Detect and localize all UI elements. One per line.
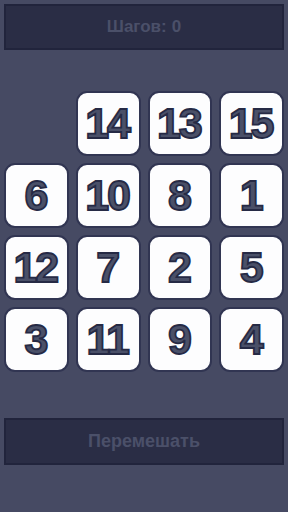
tile-9[interactable]: 9 (148, 307, 213, 372)
tile-15[interactable]: 15 (219, 91, 284, 156)
tile-7[interactable]: 7 (76, 235, 141, 300)
tile-5[interactable]: 5 (219, 235, 284, 300)
empty-cell (4, 91, 69, 156)
steps-label: Шагов: (107, 17, 167, 37)
tile-12[interactable]: 12 (4, 235, 69, 300)
tile-3[interactable]: 3 (4, 307, 69, 372)
tile-4[interactable]: 4 (219, 307, 284, 372)
steps-value: 0 (172, 17, 181, 37)
shuffle-button-label: Перемешать (88, 431, 200, 452)
puzzle-board: 141315610811272531194 (4, 91, 284, 372)
tile-2[interactable]: 2 (148, 235, 213, 300)
steps-counter-bar: Шагов: 0 (4, 4, 284, 50)
tile-10[interactable]: 10 (76, 163, 141, 228)
tile-1[interactable]: 1 (219, 163, 284, 228)
tile-11[interactable]: 11 (76, 307, 141, 372)
tile-13[interactable]: 13 (148, 91, 213, 156)
tile-14[interactable]: 14 (76, 91, 141, 156)
shuffle-button[interactable]: Перемешать (4, 418, 284, 465)
tile-8[interactable]: 8 (148, 163, 213, 228)
tile-6[interactable]: 6 (4, 163, 69, 228)
app-screen: Шагов: 0 141315610811272531194 Перемешат… (0, 0, 288, 512)
